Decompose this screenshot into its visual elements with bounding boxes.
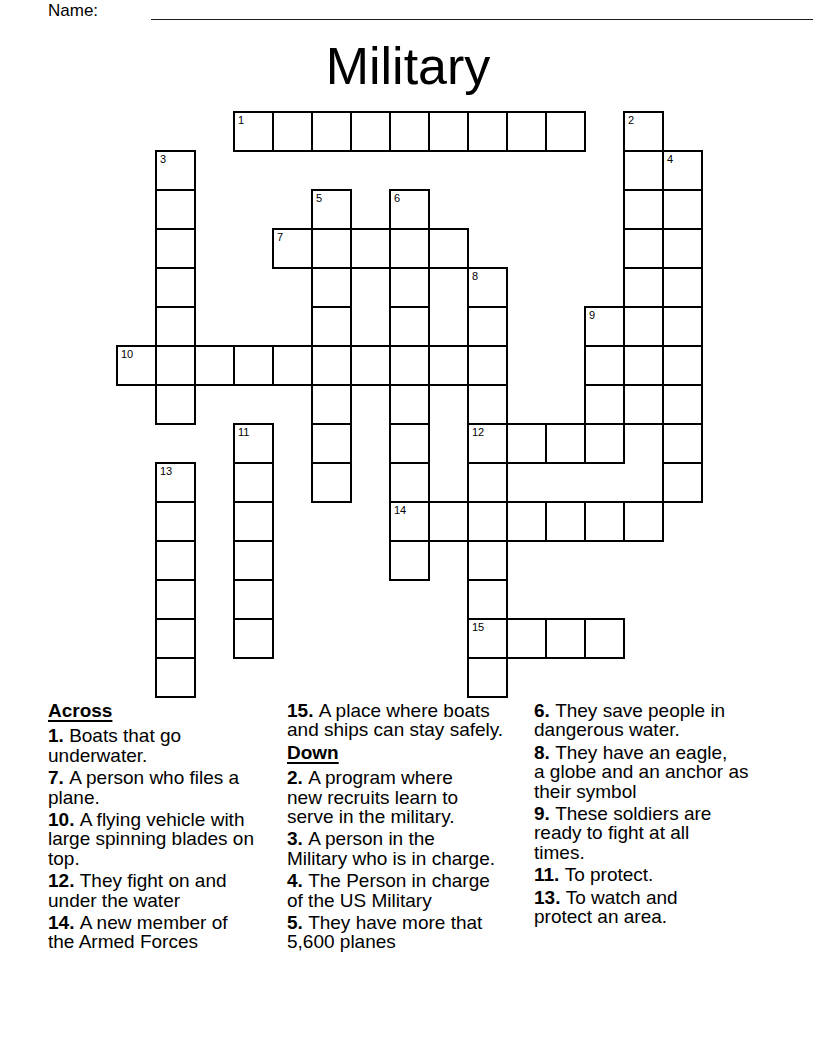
clue-number: 5. xyxy=(287,912,308,933)
crossword-cell[interactable] xyxy=(155,267,196,308)
crossword-cell[interactable] xyxy=(467,384,508,425)
clue-number: 11. xyxy=(534,864,565,885)
cell-number: 10 xyxy=(121,348,133,360)
clue-10: 10. A flying vehicle with large spinning… xyxy=(48,810,288,868)
crossword-cell[interactable] xyxy=(311,267,352,308)
clue-number: 13. xyxy=(534,887,566,908)
crossword-cell[interactable] xyxy=(350,228,391,269)
clue-number: 2. xyxy=(287,767,308,788)
crossword-cell[interactable] xyxy=(350,345,391,386)
crossword-cell[interactable] xyxy=(506,423,547,464)
clue-text: A program where new recruits learn to se… xyxy=(287,767,458,827)
page-title: Military xyxy=(0,36,816,96)
worksheet-page: Name: Military 123456789101112131415 Acr… xyxy=(0,0,816,1056)
crossword-cell[interactable] xyxy=(272,345,313,386)
crossword-cell[interactable] xyxy=(662,462,703,503)
crossword-cell[interactable] xyxy=(545,423,586,464)
crossword-cell[interactable] xyxy=(350,111,391,152)
crossword-cell[interactable]: 11 xyxy=(233,423,274,464)
clue-11: 11. To protect. xyxy=(534,865,774,884)
crossword-cell[interactable] xyxy=(233,345,274,386)
crossword-cell[interactable]: 5 xyxy=(311,189,352,230)
crossword-grid: 123456789101112131415 xyxy=(116,111,701,696)
crossword-cell[interactable] xyxy=(662,423,703,464)
crossword-cell[interactable] xyxy=(467,501,508,542)
crossword-cell[interactable] xyxy=(389,384,430,425)
crossword-cell[interactable] xyxy=(155,579,196,620)
crossword-cell[interactable] xyxy=(155,657,196,698)
clue-number: 7. xyxy=(48,767,69,788)
crossword-cell[interactable] xyxy=(389,111,430,152)
clue-9: 9. These soldiers are ready to fight at … xyxy=(534,804,774,862)
name-blank-line xyxy=(151,0,813,20)
across-header: Across xyxy=(48,701,288,720)
crossword-cell[interactable] xyxy=(662,267,703,308)
crossword-cell[interactable] xyxy=(662,384,703,425)
cell-number: 1 xyxy=(238,114,244,126)
crossword-cell[interactable] xyxy=(311,228,352,269)
crossword-cell[interactable] xyxy=(506,111,547,152)
crossword-cell[interactable]: 14 xyxy=(389,501,430,542)
cell-number: 4 xyxy=(667,153,673,165)
crossword-cell[interactable] xyxy=(623,345,664,386)
crossword-cell[interactable] xyxy=(623,306,664,347)
clue-text: They save people in dangerous water. xyxy=(534,700,725,740)
cell-number: 2 xyxy=(628,114,634,126)
clue-number: 12. xyxy=(48,870,80,891)
clue-13: 13. To watch and protect an area. xyxy=(534,888,774,927)
crossword-cell[interactable] xyxy=(428,501,469,542)
clue-text: They have an eagle, a globe and an ancho… xyxy=(534,742,748,802)
crossword-cell[interactable] xyxy=(623,189,664,230)
crossword-cell[interactable] xyxy=(584,618,625,659)
crossword-cell[interactable] xyxy=(623,267,664,308)
cell-number: 8 xyxy=(472,270,478,282)
name-label: Name: xyxy=(48,1,98,21)
clue-15: 15. A place where boats and ships can st… xyxy=(287,701,527,740)
clue-text: To protect. xyxy=(565,864,654,885)
crossword-cell[interactable] xyxy=(389,540,430,581)
crossword-cell[interactable] xyxy=(311,306,352,347)
clue-5: 5. They have more that 5,600 planes xyxy=(287,913,527,952)
crossword-cell[interactable] xyxy=(623,384,664,425)
clue-number: 14. xyxy=(48,912,80,933)
crossword-cell[interactable] xyxy=(155,228,196,269)
clue-text: A flying vehicle with large spinning bla… xyxy=(48,809,254,869)
crossword-cell[interactable] xyxy=(545,501,586,542)
cell-number: 13 xyxy=(160,465,172,477)
crossword-cell[interactable] xyxy=(389,345,430,386)
clue-text: A person in the Military who is in charg… xyxy=(287,828,495,868)
clue-number: 15. xyxy=(287,700,319,721)
crossword-cell[interactable] xyxy=(194,345,235,386)
crossword-cell[interactable] xyxy=(662,189,703,230)
crossword-cell[interactable] xyxy=(662,228,703,269)
crossword-cell[interactable] xyxy=(233,618,274,659)
crossword-cell[interactable]: 13 xyxy=(155,462,196,503)
clue-text: A place where boats and ships can stay s… xyxy=(287,700,503,740)
crossword-cell[interactable]: 10 xyxy=(116,345,157,386)
cell-number: 11 xyxy=(238,426,249,438)
clue-12: 12. They fight on and under the water xyxy=(48,871,288,910)
crossword-cell[interactable] xyxy=(623,150,664,191)
crossword-cell[interactable] xyxy=(389,228,430,269)
clues-column-2: 15. A place where boats and ships can st… xyxy=(287,701,527,955)
cell-number: 7 xyxy=(277,231,283,243)
clue-number: 9. xyxy=(534,803,555,824)
cell-number: 5 xyxy=(316,192,322,204)
cell-number: 6 xyxy=(394,192,400,204)
clue-2: 2. A program where new recruits learn to… xyxy=(287,768,527,826)
clue-number: 1. xyxy=(48,725,69,746)
cell-number: 12 xyxy=(472,426,484,438)
clues-column-1: Across1. Boats that go underwater.7. A p… xyxy=(48,701,288,955)
crossword-cell[interactable] xyxy=(155,384,196,425)
crossword-cell[interactable] xyxy=(584,501,625,542)
crossword-cell[interactable]: 15 xyxy=(467,618,508,659)
crossword-cell[interactable]: 6 xyxy=(389,189,430,230)
crossword-cell[interactable] xyxy=(311,111,352,152)
crossword-cell[interactable] xyxy=(467,462,508,503)
crossword-cell[interactable] xyxy=(389,267,430,308)
crossword-cell[interactable]: 4 xyxy=(662,150,703,191)
clue-8: 8. They have an eagle, a globe and an an… xyxy=(534,743,774,801)
crossword-cell[interactable] xyxy=(272,111,313,152)
crossword-cell[interactable]: 1 xyxy=(233,111,274,152)
crossword-cell[interactable] xyxy=(155,306,196,347)
clue-text: A person who files a plane. xyxy=(48,767,239,807)
crossword-cell[interactable] xyxy=(467,579,508,620)
clue-text: They have more that 5,600 planes xyxy=(287,912,482,952)
crossword-cell[interactable] xyxy=(506,618,547,659)
clue-6: 6. They save people in dangerous water. xyxy=(534,701,774,740)
crossword-cell[interactable] xyxy=(623,501,664,542)
clue-number: 8. xyxy=(534,742,555,763)
crossword-cell[interactable] xyxy=(155,501,196,542)
crossword-cell[interactable] xyxy=(545,111,586,152)
crossword-cell[interactable] xyxy=(428,345,469,386)
cell-number: 14 xyxy=(394,504,406,516)
clue-7: 7. A person who files a plane. xyxy=(48,768,288,807)
crossword-cell[interactable]: 8 xyxy=(467,267,508,308)
clue-1: 1. Boats that go underwater. xyxy=(48,726,288,765)
crossword-cell[interactable] xyxy=(662,306,703,347)
clue-number: 6. xyxy=(534,700,555,721)
crossword-cell[interactable]: 12 xyxy=(467,423,508,464)
crossword-cell[interactable] xyxy=(389,306,430,347)
cell-number: 9 xyxy=(589,309,595,321)
crossword-cell[interactable] xyxy=(467,540,508,581)
crossword-cell[interactable]: 9 xyxy=(584,306,625,347)
clue-14: 14. A new member of the Armed Forces xyxy=(48,913,288,952)
crossword-cell[interactable]: 7 xyxy=(272,228,313,269)
crossword-cell[interactable] xyxy=(545,618,586,659)
crossword-cell[interactable] xyxy=(428,228,469,269)
crossword-cell[interactable] xyxy=(506,501,547,542)
crossword-cell[interactable] xyxy=(467,111,508,152)
crossword-cell[interactable] xyxy=(584,384,625,425)
clues-column-3: 6. They save people in dangerous water.8… xyxy=(534,701,774,929)
cell-number: 15 xyxy=(472,621,484,633)
crossword-cell[interactable]: 3 xyxy=(155,150,196,191)
clue-number: 3. xyxy=(287,828,308,849)
crossword-cell[interactable] xyxy=(389,462,430,503)
crossword-cell[interactable] xyxy=(311,384,352,425)
clue-number: 4. xyxy=(287,870,308,891)
crossword-cell[interactable] xyxy=(311,462,352,503)
crossword-cell[interactable] xyxy=(155,345,196,386)
crossword-cell[interactable] xyxy=(389,423,430,464)
crossword-cell[interactable] xyxy=(467,657,508,698)
clue-4: 4. The Person in charge of the US Milita… xyxy=(287,871,527,910)
clue-text: These soldiers are ready to fight at all… xyxy=(534,803,711,863)
crossword-cell[interactable] xyxy=(155,189,196,230)
clue-number: 10. xyxy=(48,809,80,830)
crossword-cell[interactable] xyxy=(311,345,352,386)
crossword-cell[interactable] xyxy=(155,540,196,581)
crossword-cell[interactable] xyxy=(155,618,196,659)
crossword-cell[interactable] xyxy=(233,501,274,542)
crossword-cell[interactable] xyxy=(467,306,508,347)
cell-number: 3 xyxy=(160,153,166,165)
crossword-cell[interactable]: 2 xyxy=(623,111,664,152)
crossword-cell[interactable] xyxy=(662,345,703,386)
clue-3: 3. A person in the Military who is in ch… xyxy=(287,829,527,868)
crossword-cell[interactable] xyxy=(233,462,274,503)
crossword-cell[interactable] xyxy=(428,111,469,152)
crossword-cell[interactable] xyxy=(311,423,352,464)
crossword-cell[interactable] xyxy=(233,579,274,620)
crossword-cell[interactable] xyxy=(623,228,664,269)
down-header: Down xyxy=(287,743,527,762)
crossword-cell[interactable] xyxy=(584,345,625,386)
crossword-cell[interactable] xyxy=(467,345,508,386)
clue-text: The Person in charge of the US Military xyxy=(287,870,490,910)
crossword-cell[interactable] xyxy=(233,540,274,581)
crossword-cell[interactable] xyxy=(584,423,625,464)
